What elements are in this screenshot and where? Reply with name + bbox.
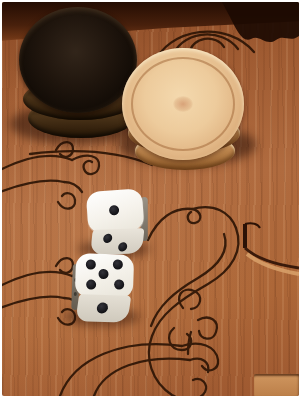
die-pip bbox=[118, 242, 128, 251]
die-2-top-face bbox=[75, 253, 135, 299]
die-pip bbox=[99, 269, 109, 279]
die-1[interactable] bbox=[84, 188, 150, 258]
product-photo bbox=[0, 0, 302, 400]
die-pip bbox=[86, 279, 96, 289]
die-pip bbox=[109, 205, 120, 216]
light-checker-top bbox=[122, 48, 244, 160]
die-2[interactable] bbox=[71, 253, 137, 325]
die-side-pip bbox=[74, 292, 77, 296]
die-1-top-face bbox=[86, 188, 145, 234]
die-pip bbox=[113, 279, 123, 289]
die-pip bbox=[96, 302, 109, 313]
die-2-front-face bbox=[75, 294, 131, 323]
die-pip bbox=[113, 259, 123, 269]
die-1-front-face bbox=[90, 228, 144, 255]
die-pip bbox=[102, 233, 112, 242]
dark-checker-top bbox=[19, 7, 137, 113]
light-checker-nub bbox=[173, 96, 193, 112]
die-pip bbox=[85, 259, 95, 269]
carved-tab-bottom-right bbox=[254, 374, 299, 396]
photo-area bbox=[2, 2, 299, 396]
